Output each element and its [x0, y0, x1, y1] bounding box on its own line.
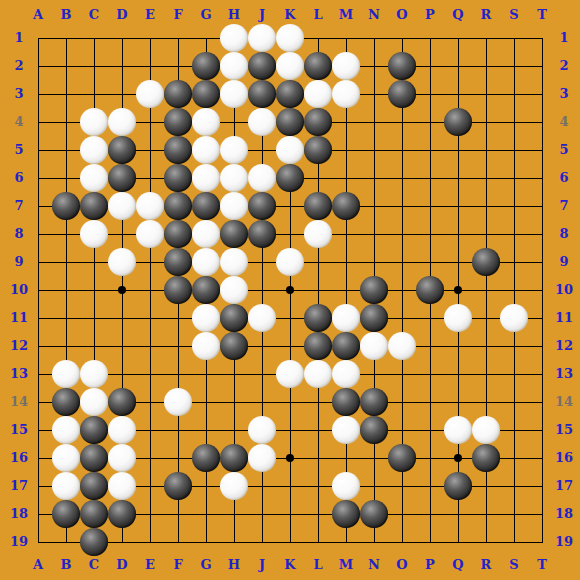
row-label-left-19: 19: [6, 533, 32, 551]
col-label-top-C: C: [81, 6, 107, 24]
col-label-bottom-L: L: [305, 556, 331, 574]
stone-white-G11[interactable]: [192, 304, 220, 332]
stone-black-F3[interactable]: [164, 80, 192, 108]
row-label-left-4: 4: [6, 113, 32, 131]
stone-white-J15[interactable]: [248, 416, 276, 444]
stone-white-H9[interactable]: [220, 248, 248, 276]
stone-white-K1[interactable]: [276, 24, 304, 52]
col-label-bottom-J: J: [249, 556, 275, 574]
col-label-bottom-H: H: [221, 556, 247, 574]
stone-black-F17[interactable]: [164, 472, 192, 500]
stone-black-G2[interactable]: [192, 52, 220, 80]
col-label-top-K: K: [277, 6, 303, 24]
stone-white-H6[interactable]: [220, 164, 248, 192]
stone-white-G4[interactable]: [192, 108, 220, 136]
row-label-right-4: 4: [551, 113, 577, 131]
stone-white-M15[interactable]: [332, 416, 360, 444]
row-label-right-11: 11: [551, 309, 577, 327]
row-label-left-7: 7: [6, 197, 32, 215]
row-label-right-9: 9: [551, 253, 577, 271]
stone-black-L7[interactable]: [304, 192, 332, 220]
col-label-bottom-C: C: [81, 556, 107, 574]
col-label-top-O: O: [389, 6, 415, 24]
stone-black-D6[interactable]: [108, 164, 136, 192]
stone-white-K9[interactable]: [276, 248, 304, 276]
col-label-top-E: E: [137, 6, 163, 24]
row-label-right-16: 16: [551, 449, 577, 467]
stone-white-D9[interactable]: [108, 248, 136, 276]
star-point-Q16: [454, 454, 462, 462]
stone-white-M11[interactable]: [332, 304, 360, 332]
stone-white-H10[interactable]: [220, 276, 248, 304]
stone-white-F14[interactable]: [164, 388, 192, 416]
stone-black-G10[interactable]: [192, 276, 220, 304]
stone-white-B16[interactable]: [52, 444, 80, 472]
stone-white-J6[interactable]: [248, 164, 276, 192]
col-label-bottom-M: M: [333, 556, 359, 574]
stone-white-J1[interactable]: [248, 24, 276, 52]
stone-white-C5[interactable]: [80, 136, 108, 164]
stone-black-J2[interactable]: [248, 52, 276, 80]
stone-white-Q15[interactable]: [444, 416, 472, 444]
star-point-D10: [118, 286, 126, 294]
row-label-right-13: 13: [551, 365, 577, 383]
stone-black-G16[interactable]: [192, 444, 220, 472]
stone-white-H2[interactable]: [220, 52, 248, 80]
col-label-bottom-P: P: [417, 556, 443, 574]
stone-white-J11[interactable]: [248, 304, 276, 332]
stone-white-H3[interactable]: [220, 80, 248, 108]
col-label-top-J: J: [249, 6, 275, 24]
stone-black-K6[interactable]: [276, 164, 304, 192]
col-label-top-M: M: [333, 6, 359, 24]
stone-white-G9[interactable]: [192, 248, 220, 276]
stone-white-R15[interactable]: [472, 416, 500, 444]
stone-black-O3[interactable]: [388, 80, 416, 108]
stone-white-E3[interactable]: [136, 80, 164, 108]
col-label-top-D: D: [109, 6, 135, 24]
stone-white-B17[interactable]: [52, 472, 80, 500]
stone-white-M3[interactable]: [332, 80, 360, 108]
row-label-right-15: 15: [551, 421, 577, 439]
stone-white-C4[interactable]: [80, 108, 108, 136]
row-label-left-5: 5: [6, 141, 32, 159]
stone-black-N14[interactable]: [360, 388, 388, 416]
stone-white-C8[interactable]: [80, 220, 108, 248]
stone-white-D7[interactable]: [108, 192, 136, 220]
stone-black-J7[interactable]: [248, 192, 276, 220]
stone-black-M14[interactable]: [332, 388, 360, 416]
stone-black-K4[interactable]: [276, 108, 304, 136]
row-label-left-12: 12: [6, 337, 32, 355]
stone-black-F4[interactable]: [164, 108, 192, 136]
stone-white-K13[interactable]: [276, 360, 304, 388]
stone-white-D17[interactable]: [108, 472, 136, 500]
stone-black-R9[interactable]: [472, 248, 500, 276]
row-label-left-13: 13: [6, 365, 32, 383]
stone-black-G7[interactable]: [192, 192, 220, 220]
row-label-left-10: 10: [6, 281, 32, 299]
stone-white-C14[interactable]: [80, 388, 108, 416]
row-label-left-11: 11: [6, 309, 32, 327]
col-label-top-S: S: [501, 6, 527, 24]
stone-black-M18[interactable]: [332, 500, 360, 528]
stone-black-C7[interactable]: [80, 192, 108, 220]
row-label-left-14: 14: [6, 393, 32, 411]
stone-black-N11[interactable]: [360, 304, 388, 332]
col-label-top-G: G: [193, 6, 219, 24]
stone-black-M7[interactable]: [332, 192, 360, 220]
row-label-left-16: 16: [6, 449, 32, 467]
stone-black-O2[interactable]: [388, 52, 416, 80]
stone-white-M17[interactable]: [332, 472, 360, 500]
stone-black-F6[interactable]: [164, 164, 192, 192]
stone-white-S11[interactable]: [500, 304, 528, 332]
star-point-K10: [286, 286, 294, 294]
row-label-right-17: 17: [551, 477, 577, 495]
stone-black-H16[interactable]: [220, 444, 248, 472]
stone-white-C13[interactable]: [80, 360, 108, 388]
col-label-top-H: H: [221, 6, 247, 24]
stone-black-N15[interactable]: [360, 416, 388, 444]
row-label-right-7: 7: [551, 197, 577, 215]
stone-white-D15[interactable]: [108, 416, 136, 444]
col-label-top-R: R: [473, 6, 499, 24]
col-label-bottom-T: T: [529, 556, 555, 574]
stone-black-F8[interactable]: [164, 220, 192, 248]
row-label-right-10: 10: [551, 281, 577, 299]
stone-black-R16[interactable]: [472, 444, 500, 472]
col-label-top-B: B: [53, 6, 79, 24]
stone-black-C15[interactable]: [80, 416, 108, 444]
stone-black-N10[interactable]: [360, 276, 388, 304]
star-point-K16: [286, 454, 294, 462]
col-label-bottom-B: B: [53, 556, 79, 574]
stone-black-C18[interactable]: [80, 500, 108, 528]
stone-white-B13[interactable]: [52, 360, 80, 388]
stone-black-K3[interactable]: [276, 80, 304, 108]
row-label-right-14: 14: [551, 393, 577, 411]
col-label-bottom-K: K: [277, 556, 303, 574]
row-label-left-9: 9: [6, 253, 32, 271]
stone-white-J4[interactable]: [248, 108, 276, 136]
stone-black-J3[interactable]: [248, 80, 276, 108]
stone-black-Q4[interactable]: [444, 108, 472, 136]
stone-black-B7[interactable]: [52, 192, 80, 220]
col-label-bottom-S: S: [501, 556, 527, 574]
row-label-left-3: 3: [6, 85, 32, 103]
col-label-top-P: P: [417, 6, 443, 24]
stone-black-L12[interactable]: [304, 332, 332, 360]
stone-white-G12[interactable]: [192, 332, 220, 360]
stone-black-D18[interactable]: [108, 500, 136, 528]
stone-white-B15[interactable]: [52, 416, 80, 444]
stone-black-C19[interactable]: [80, 528, 108, 556]
col-label-bottom-E: E: [137, 556, 163, 574]
stone-black-F7[interactable]: [164, 192, 192, 220]
row-label-left-2: 2: [6, 57, 32, 75]
go-board[interactable]: AABBCCDDEEFFGGHHJJKKLLMMNNOOPPQQRRSSTT11…: [0, 0, 580, 580]
stone-white-E8[interactable]: [136, 220, 164, 248]
col-label-top-F: F: [165, 6, 191, 24]
col-label-top-T: T: [529, 6, 555, 24]
stone-black-H11[interactable]: [220, 304, 248, 332]
stone-white-E7[interactable]: [136, 192, 164, 220]
stone-black-D5[interactable]: [108, 136, 136, 164]
stone-white-H7[interactable]: [220, 192, 248, 220]
stone-black-M12[interactable]: [332, 332, 360, 360]
row-label-left-6: 6: [6, 169, 32, 187]
stone-black-G3[interactable]: [192, 80, 220, 108]
stone-white-H1[interactable]: [220, 24, 248, 52]
stone-black-J8[interactable]: [248, 220, 276, 248]
row-label-left-15: 15: [6, 421, 32, 439]
stone-white-J16[interactable]: [248, 444, 276, 472]
row-label-left-18: 18: [6, 505, 32, 523]
stone-black-O16[interactable]: [388, 444, 416, 472]
stone-black-F10[interactable]: [164, 276, 192, 304]
col-label-bottom-Q: Q: [445, 556, 471, 574]
col-label-bottom-G: G: [193, 556, 219, 574]
stone-black-H8[interactable]: [220, 220, 248, 248]
stone-white-K2[interactable]: [276, 52, 304, 80]
stone-black-L11[interactable]: [304, 304, 332, 332]
stone-black-Q17[interactable]: [444, 472, 472, 500]
stone-black-H12[interactable]: [220, 332, 248, 360]
col-label-bottom-O: O: [389, 556, 415, 574]
stone-black-B14[interactable]: [52, 388, 80, 416]
stone-black-F9[interactable]: [164, 248, 192, 276]
stone-white-H5[interactable]: [220, 136, 248, 164]
stone-black-P10[interactable]: [416, 276, 444, 304]
stone-black-D14[interactable]: [108, 388, 136, 416]
stone-black-C16[interactable]: [80, 444, 108, 472]
row-label-right-5: 5: [551, 141, 577, 159]
stone-black-B18[interactable]: [52, 500, 80, 528]
stone-white-M13[interactable]: [332, 360, 360, 388]
row-label-left-1: 1: [6, 29, 32, 47]
stone-white-L13[interactable]: [304, 360, 332, 388]
row-label-left-8: 8: [6, 225, 32, 243]
stone-white-M2[interactable]: [332, 52, 360, 80]
col-label-bottom-F: F: [165, 556, 191, 574]
stone-white-Q11[interactable]: [444, 304, 472, 332]
row-label-right-6: 6: [551, 169, 577, 187]
col-label-bottom-N: N: [361, 556, 387, 574]
stone-white-H17[interactable]: [220, 472, 248, 500]
stone-black-L5[interactable]: [304, 136, 332, 164]
stone-white-G6[interactable]: [192, 164, 220, 192]
row-label-right-2: 2: [551, 57, 577, 75]
row-label-right-12: 12: [551, 337, 577, 355]
stone-black-N18[interactable]: [360, 500, 388, 528]
stone-white-K5[interactable]: [276, 136, 304, 164]
star-point-Q10: [454, 286, 462, 294]
col-label-top-L: L: [305, 6, 331, 24]
stone-white-L3[interactable]: [304, 80, 332, 108]
row-label-left-17: 17: [6, 477, 32, 495]
stone-white-C6[interactable]: [80, 164, 108, 192]
stone-white-N12[interactable]: [360, 332, 388, 360]
stone-white-G8[interactable]: [192, 220, 220, 248]
stone-white-L8[interactable]: [304, 220, 332, 248]
row-label-right-3: 3: [551, 85, 577, 103]
row-label-right-19: 19: [551, 533, 577, 551]
row-label-right-8: 8: [551, 225, 577, 243]
row-label-right-1: 1: [551, 29, 577, 47]
col-label-bottom-R: R: [473, 556, 499, 574]
col-label-bottom-A: A: [25, 556, 51, 574]
stone-white-D16[interactable]: [108, 444, 136, 472]
stone-white-G5[interactable]: [192, 136, 220, 164]
stone-black-C17[interactable]: [80, 472, 108, 500]
stone-black-F5[interactable]: [164, 136, 192, 164]
stone-white-D4[interactable]: [108, 108, 136, 136]
col-label-top-A: A: [25, 6, 51, 24]
stone-black-L2[interactable]: [304, 52, 332, 80]
row-label-right-18: 18: [551, 505, 577, 523]
col-label-top-Q: Q: [445, 6, 471, 24]
stone-white-O12[interactable]: [388, 332, 416, 360]
stone-black-L4[interactable]: [304, 108, 332, 136]
col-label-bottom-D: D: [109, 556, 135, 574]
col-label-top-N: N: [361, 6, 387, 24]
